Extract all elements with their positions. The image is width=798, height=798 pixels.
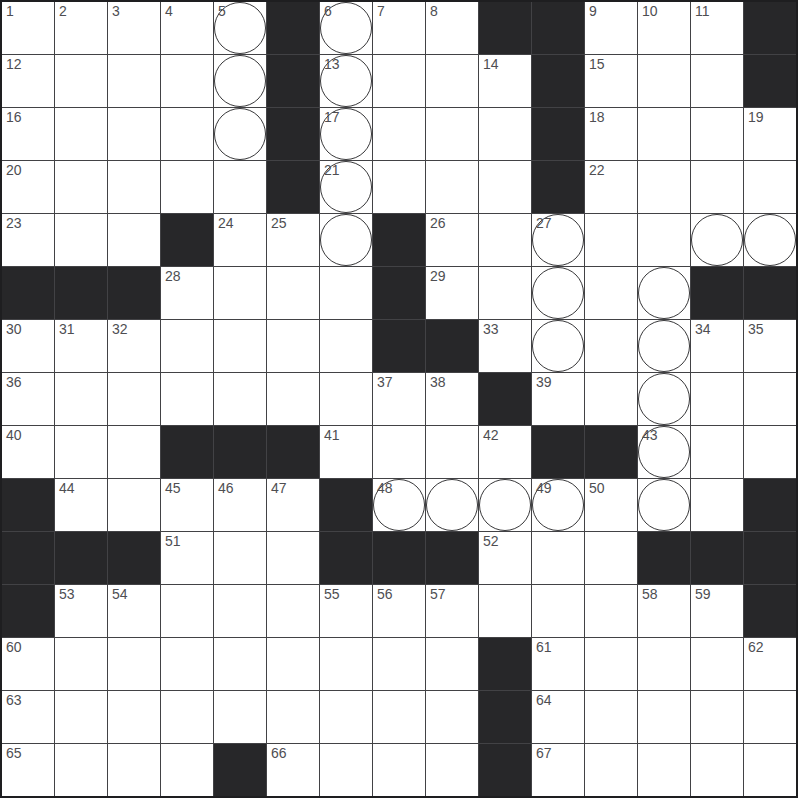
cell-number: 6	[324, 3, 332, 19]
cell-r13c11[interactable]	[585, 691, 637, 743]
cell-r10c3[interactable]: 51	[161, 532, 213, 584]
cell-r6c0[interactable]: 30	[2, 320, 54, 372]
cell-r0c7[interactable]: 7	[373, 2, 425, 54]
circle-marker	[638, 267, 690, 319]
cell-number: 26	[430, 215, 446, 231]
cell-number: 4	[165, 3, 173, 19]
black-cell-r12c9	[479, 638, 531, 690]
cell-r12c6[interactable]	[320, 638, 372, 690]
cell-r3c7[interactable]	[373, 161, 425, 213]
cell-number: 39	[536, 374, 552, 390]
cell-r7c14[interactable]	[744, 373, 796, 425]
cell-r3c12[interactable]	[638, 161, 690, 213]
cell-r1c7[interactable]	[373, 55, 425, 107]
cell-r2c1[interactable]	[55, 108, 107, 160]
cell-r10c10[interactable]	[532, 532, 584, 584]
cell-r5c11[interactable]	[585, 267, 637, 319]
black-cell-r9c14	[744, 479, 796, 531]
cell-r6c12[interactable]	[638, 320, 690, 372]
cell-r7c13[interactable]	[691, 373, 743, 425]
cell-r9c10[interactable]: 49	[532, 479, 584, 531]
cell-r11c2[interactable]: 54	[108, 585, 160, 637]
cell-r9c11[interactable]: 50	[585, 479, 637, 531]
cell-r5c10[interactable]	[532, 267, 584, 319]
black-cell-r11c14	[744, 585, 796, 637]
cell-r2c3[interactable]	[161, 108, 213, 160]
cell-r14c3[interactable]	[161, 744, 213, 796]
cell-number: 38	[430, 374, 446, 390]
cell-r7c6[interactable]	[320, 373, 372, 425]
black-cell-r3c10	[532, 161, 584, 213]
black-cell-r2c10	[532, 108, 584, 160]
black-cell-r9c0	[2, 479, 54, 531]
cell-r8c14[interactable]	[744, 426, 796, 478]
cell-r13c1[interactable]	[55, 691, 107, 743]
circle-marker	[214, 55, 266, 107]
cell-number: 37	[377, 374, 393, 390]
crossword-grid: 1234567891011121314151617181920212223242…	[0, 0, 798, 798]
cell-number: 30	[6, 321, 22, 337]
black-cell-r0c14	[744, 2, 796, 54]
black-cell-r1c5	[267, 55, 319, 107]
circle-marker	[638, 373, 690, 425]
cell-r14c10[interactable]: 67	[532, 744, 584, 796]
cell-r4c8[interactable]: 26	[426, 214, 478, 266]
cell-r8c1[interactable]	[55, 426, 107, 478]
cell-number: 25	[271, 215, 287, 231]
cell-number: 34	[695, 321, 711, 337]
cell-r5c5[interactable]	[267, 267, 319, 319]
cell-r7c4[interactable]	[214, 373, 266, 425]
cell-r14c14[interactable]	[744, 744, 796, 796]
cell-number: 31	[59, 321, 75, 337]
cell-r1c4[interactable]	[214, 55, 266, 107]
cell-r3c0[interactable]: 20	[2, 161, 54, 213]
cell-r6c3[interactable]	[161, 320, 213, 372]
cell-r7c5[interactable]	[267, 373, 319, 425]
cell-number: 60	[6, 639, 22, 655]
cell-r3c2[interactable]	[108, 161, 160, 213]
cell-r9c5[interactable]: 47	[267, 479, 319, 531]
cell-number: 46	[218, 480, 234, 496]
cell-number: 49	[536, 480, 552, 496]
cell-r9c8[interactable]	[426, 479, 478, 531]
cell-r8c9[interactable]: 42	[479, 426, 531, 478]
cell-r3c3[interactable]	[161, 161, 213, 213]
cell-r12c0[interactable]: 60	[2, 638, 54, 690]
black-cell-r1c14	[744, 55, 796, 107]
cell-r3c1[interactable]	[55, 161, 107, 213]
cell-r7c10[interactable]: 39	[532, 373, 584, 425]
cell-r9c13[interactable]	[691, 479, 743, 531]
cell-number: 23	[6, 215, 22, 231]
cell-number: 29	[430, 268, 446, 284]
cell-r2c2[interactable]	[108, 108, 160, 160]
cell-r2c11[interactable]: 18	[585, 108, 637, 160]
cell-r7c11[interactable]	[585, 373, 637, 425]
cell-r0c8[interactable]: 8	[426, 2, 478, 54]
black-cell-r8c3	[161, 426, 213, 478]
cell-r7c2[interactable]	[108, 373, 160, 425]
cell-number: 48	[377, 480, 393, 496]
cell-r3c13[interactable]	[691, 161, 743, 213]
cell-r13c12[interactable]	[638, 691, 690, 743]
cell-r10c11[interactable]	[585, 532, 637, 584]
cell-r2c9[interactable]	[479, 108, 531, 160]
cell-r11c5[interactable]	[267, 585, 319, 637]
circle-marker	[532, 267, 584, 319]
cell-number: 33	[483, 321, 499, 337]
cell-r6c14[interactable]: 35	[744, 320, 796, 372]
cell-number: 42	[483, 427, 499, 443]
cell-r12c13[interactable]	[691, 638, 743, 690]
cell-r3c4[interactable]	[214, 161, 266, 213]
cell-r1c6[interactable]: 13	[320, 55, 372, 107]
cell-r6c13[interactable]: 34	[691, 320, 743, 372]
cell-number: 58	[642, 586, 658, 602]
cell-r8c6[interactable]: 41	[320, 426, 372, 478]
black-cell-r10c14	[744, 532, 796, 584]
cell-r9c2[interactable]	[108, 479, 160, 531]
cell-r11c4[interactable]	[214, 585, 266, 637]
cell-r13c6[interactable]	[320, 691, 372, 743]
cell-r13c7[interactable]	[373, 691, 425, 743]
cell-r5c3[interactable]: 28	[161, 267, 213, 319]
black-cell-r0c5	[267, 2, 319, 54]
cell-r13c5[interactable]	[267, 691, 319, 743]
cell-number: 16	[6, 109, 22, 125]
black-cell-r11c0	[2, 585, 54, 637]
cell-r0c0[interactable]: 1	[2, 2, 54, 54]
cell-number: 14	[483, 56, 499, 72]
cell-r3c8[interactable]	[426, 161, 478, 213]
cell-r2c12[interactable]	[638, 108, 690, 160]
cell-r4c0[interactable]: 23	[2, 214, 54, 266]
cell-r3c6[interactable]: 21	[320, 161, 372, 213]
circle-marker	[532, 320, 584, 372]
cell-r6c10[interactable]	[532, 320, 584, 372]
black-cell-r10c0	[2, 532, 54, 584]
cell-r7c3[interactable]	[161, 373, 213, 425]
cell-r12c10[interactable]: 61	[532, 638, 584, 690]
cell-r11c9[interactable]	[479, 585, 531, 637]
cell-r14c0[interactable]: 65	[2, 744, 54, 796]
cell-number: 52	[483, 533, 499, 549]
cell-r1c1[interactable]	[55, 55, 107, 107]
cell-r0c1[interactable]: 2	[55, 2, 107, 54]
cell-r3c14[interactable]	[744, 161, 796, 213]
cell-number: 1	[6, 3, 14, 19]
black-cell-r8c4	[214, 426, 266, 478]
cell-number: 2	[59, 3, 67, 19]
circle-marker	[426, 479, 478, 531]
cell-r1c8[interactable]	[426, 55, 478, 107]
cell-r9c3[interactable]: 45	[161, 479, 213, 531]
circle-marker	[744, 214, 796, 266]
cell-number: 65	[6, 745, 22, 761]
cell-number: 32	[112, 321, 128, 337]
cell-r1c9[interactable]: 14	[479, 55, 531, 107]
black-cell-r8c5	[267, 426, 319, 478]
cell-r4c9[interactable]	[479, 214, 531, 266]
black-cell-r5c2	[108, 267, 160, 319]
cell-r9c9[interactable]	[479, 479, 531, 531]
cell-number: 61	[536, 639, 552, 655]
cell-r7c1[interactable]	[55, 373, 107, 425]
black-cell-r10c6	[320, 532, 372, 584]
black-cell-r5c14	[744, 267, 796, 319]
cell-r2c4[interactable]	[214, 108, 266, 160]
cell-r13c0[interactable]: 63	[2, 691, 54, 743]
cell-r11c3[interactable]	[161, 585, 213, 637]
cell-number: 19	[748, 109, 764, 125]
cell-number: 18	[589, 109, 605, 125]
cell-number: 44	[59, 480, 75, 496]
cell-number: 67	[536, 745, 552, 761]
black-cell-r8c10	[532, 426, 584, 478]
black-cell-r3c5	[267, 161, 319, 213]
cell-r1c13[interactable]	[691, 55, 743, 107]
cell-number: 59	[695, 586, 711, 602]
cell-r12c3[interactable]	[161, 638, 213, 690]
cell-r12c12[interactable]	[638, 638, 690, 690]
cell-number: 64	[536, 692, 552, 708]
cell-r5c12[interactable]	[638, 267, 690, 319]
cell-number: 28	[165, 268, 181, 284]
circle-marker	[214, 108, 266, 160]
cell-number: 51	[165, 533, 181, 549]
cell-r0c12[interactable]: 10	[638, 2, 690, 54]
cell-r7c12[interactable]	[638, 373, 690, 425]
cell-r12c5[interactable]	[267, 638, 319, 690]
circle-marker	[638, 320, 690, 372]
cell-r12c14[interactable]: 62	[744, 638, 796, 690]
cell-r4c1[interactable]	[55, 214, 107, 266]
cell-number: 53	[59, 586, 75, 602]
cell-r7c0[interactable]: 36	[2, 373, 54, 425]
black-cell-r9c6	[320, 479, 372, 531]
cell-r14c1[interactable]	[55, 744, 107, 796]
cell-number: 7	[377, 3, 385, 19]
cell-r2c14[interactable]: 19	[744, 108, 796, 160]
cell-r7c8[interactable]: 38	[426, 373, 478, 425]
cell-number: 8	[430, 3, 438, 19]
cell-r13c4[interactable]	[214, 691, 266, 743]
cell-r11c13[interactable]: 59	[691, 585, 743, 637]
cell-r1c2[interactable]	[108, 55, 160, 107]
cell-r5c8[interactable]: 29	[426, 267, 478, 319]
cell-r12c8[interactable]	[426, 638, 478, 690]
cell-r14c7[interactable]	[373, 744, 425, 796]
cell-number: 62	[748, 639, 764, 655]
cell-number: 20	[6, 162, 22, 178]
cell-r0c4[interactable]: 5	[214, 2, 266, 54]
cell-number: 11	[695, 3, 710, 19]
cell-number: 9	[589, 3, 597, 19]
cell-r4c14[interactable]	[744, 214, 796, 266]
cell-r13c3[interactable]	[161, 691, 213, 743]
cell-number: 5	[218, 3, 226, 19]
cell-r4c2[interactable]	[108, 214, 160, 266]
cell-r6c9[interactable]: 33	[479, 320, 531, 372]
cell-r14c6[interactable]	[320, 744, 372, 796]
cell-r6c4[interactable]	[214, 320, 266, 372]
cell-r2c13[interactable]	[691, 108, 743, 160]
cell-r9c7[interactable]: 48	[373, 479, 425, 531]
cell-r2c8[interactable]	[426, 108, 478, 160]
black-cell-r4c7	[373, 214, 425, 266]
black-cell-r1c10	[532, 55, 584, 107]
cell-r10c9[interactable]: 52	[479, 532, 531, 584]
cell-r12c2[interactable]	[108, 638, 160, 690]
cell-r8c0[interactable]: 40	[2, 426, 54, 478]
cell-number: 54	[112, 586, 128, 602]
cell-r11c7[interactable]: 56	[373, 585, 425, 637]
cell-number: 43	[642, 427, 658, 443]
cell-r1c0[interactable]: 12	[2, 55, 54, 107]
cell-r11c10[interactable]	[532, 585, 584, 637]
cell-r5c4[interactable]	[214, 267, 266, 319]
cell-number: 50	[589, 480, 605, 496]
cell-r8c2[interactable]	[108, 426, 160, 478]
cell-r0c6[interactable]: 6	[320, 2, 372, 54]
cell-r12c4[interactable]	[214, 638, 266, 690]
cell-r6c2[interactable]: 32	[108, 320, 160, 372]
cell-r8c8[interactable]	[426, 426, 478, 478]
cell-r12c11[interactable]	[585, 638, 637, 690]
cell-number: 15	[589, 56, 605, 72]
cell-r4c11[interactable]	[585, 214, 637, 266]
cell-r2c0[interactable]: 16	[2, 108, 54, 160]
cell-r0c13[interactable]: 11	[691, 2, 743, 54]
cell-r13c8[interactable]	[426, 691, 478, 743]
black-cell-r10c1	[55, 532, 107, 584]
cell-r9c12[interactable]	[638, 479, 690, 531]
black-cell-r5c13	[691, 267, 743, 319]
cell-r14c2[interactable]	[108, 744, 160, 796]
cell-r14c8[interactable]	[426, 744, 478, 796]
cell-number: 63	[6, 692, 22, 708]
cell-r6c11[interactable]	[585, 320, 637, 372]
cell-number: 40	[6, 427, 22, 443]
cell-number: 27	[536, 215, 552, 231]
cell-r5c6[interactable]	[320, 267, 372, 319]
black-cell-r8c11	[585, 426, 637, 478]
cell-r5c9[interactable]	[479, 267, 531, 319]
cell-r13c14[interactable]	[744, 691, 796, 743]
cell-r12c1[interactable]	[55, 638, 107, 690]
cell-number: 41	[324, 427, 340, 443]
cell-r3c11[interactable]: 22	[585, 161, 637, 213]
black-cell-r4c3	[161, 214, 213, 266]
black-cell-r2c5	[267, 108, 319, 160]
cell-r14c5[interactable]: 66	[267, 744, 319, 796]
cell-number: 36	[6, 374, 22, 390]
cell-number: 10	[642, 3, 658, 19]
cell-number: 57	[430, 586, 446, 602]
cell-r14c11[interactable]	[585, 744, 637, 796]
cell-r4c4[interactable]: 24	[214, 214, 266, 266]
cell-r6c6[interactable]	[320, 320, 372, 372]
cell-r9c4[interactable]: 46	[214, 479, 266, 531]
black-cell-r10c12	[638, 532, 690, 584]
cell-r13c13[interactable]	[691, 691, 743, 743]
cell-r3c9[interactable]	[479, 161, 531, 213]
black-cell-r10c2	[108, 532, 160, 584]
cell-r12c7[interactable]	[373, 638, 425, 690]
cell-r11c6[interactable]: 55	[320, 585, 372, 637]
cell-r6c1[interactable]: 31	[55, 320, 107, 372]
cell-r0c11[interactable]: 9	[585, 2, 637, 54]
cell-number: 21	[324, 162, 340, 178]
cell-r6c5[interactable]	[267, 320, 319, 372]
black-cell-r10c13	[691, 532, 743, 584]
cell-number: 17	[324, 109, 340, 125]
cell-r1c12[interactable]	[638, 55, 690, 107]
cell-r11c1[interactable]: 53	[55, 585, 107, 637]
circle-marker	[691, 214, 743, 266]
cell-r8c7[interactable]	[373, 426, 425, 478]
cell-r8c13[interactable]	[691, 426, 743, 478]
cell-r10c5[interactable]	[267, 532, 319, 584]
cell-r13c10[interactable]: 64	[532, 691, 584, 743]
circle-marker	[479, 479, 531, 531]
black-cell-r14c4	[214, 744, 266, 796]
cell-r4c10[interactable]: 27	[532, 214, 584, 266]
cell-r11c11[interactable]	[585, 585, 637, 637]
cell-number: 55	[324, 586, 340, 602]
cell-r10c4[interactable]	[214, 532, 266, 584]
cell-r4c12[interactable]	[638, 214, 690, 266]
cell-number: 47	[271, 480, 287, 496]
black-cell-r0c9	[479, 2, 531, 54]
cell-r4c13[interactable]	[691, 214, 743, 266]
cell-number: 13	[324, 56, 340, 72]
cell-r1c3[interactable]	[161, 55, 213, 107]
black-cell-r0c10	[532, 2, 584, 54]
cell-r0c3[interactable]: 4	[161, 2, 213, 54]
cell-number: 35	[748, 321, 764, 337]
cell-r1c11[interactable]: 15	[585, 55, 637, 107]
circle-marker	[320, 214, 372, 266]
cell-r9c1[interactable]: 44	[55, 479, 107, 531]
cell-r14c13[interactable]	[691, 744, 743, 796]
black-cell-r10c8	[426, 532, 478, 584]
cell-r14c12[interactable]	[638, 744, 690, 796]
cell-r4c5[interactable]: 25	[267, 214, 319, 266]
cell-r2c6[interactable]: 17	[320, 108, 372, 160]
cell-number: 56	[377, 586, 393, 602]
cell-number: 66	[271, 745, 287, 761]
black-cell-r5c1	[55, 267, 107, 319]
black-cell-r10c7	[373, 532, 425, 584]
cell-number: 3	[112, 3, 120, 19]
black-cell-r6c7	[373, 320, 425, 372]
circle-marker	[638, 479, 690, 531]
cell-number: 22	[589, 162, 605, 178]
black-cell-r7c9	[479, 373, 531, 425]
cell-r11c8[interactable]: 57	[426, 585, 478, 637]
cell-r7c7[interactable]: 37	[373, 373, 425, 425]
cell-r8c12[interactable]: 43	[638, 426, 690, 478]
black-cell-r5c0	[2, 267, 54, 319]
cell-r2c7[interactable]	[373, 108, 425, 160]
black-cell-r6c8	[426, 320, 478, 372]
cell-r0c2[interactable]: 3	[108, 2, 160, 54]
cell-r4c6[interactable]	[320, 214, 372, 266]
cell-r13c2[interactable]	[108, 691, 160, 743]
cell-r11c12[interactable]: 58	[638, 585, 690, 637]
